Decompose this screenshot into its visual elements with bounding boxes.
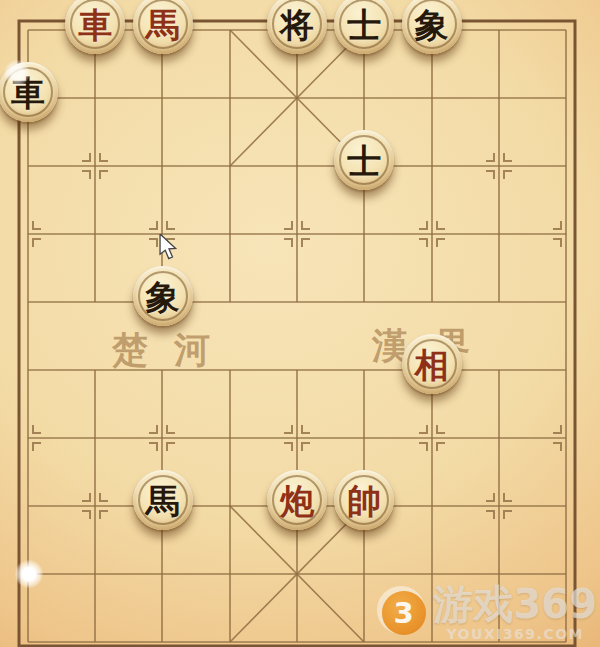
watermark-site-url: YOUXI369.COM	[446, 627, 584, 641]
piece-label: 象	[146, 279, 180, 314]
pieces-layer: 車馬将士象車士象相馬炮帥	[0, 0, 600, 647]
piece-black-elephant[interactable]: 象	[133, 266, 193, 326]
piece-black-advisor[interactable]: 士	[334, 130, 394, 190]
highlight-sparkle	[15, 560, 43, 588]
piece-red-elephant[interactable]: 相	[402, 334, 462, 394]
piece-red-cannon[interactable]: 炮	[267, 470, 327, 530]
watermark-text: 游戏369 YOUXI369.COM	[434, 584, 598, 641]
watermark: 3 游戏369 YOUXI369.COM	[382, 584, 598, 641]
piece-label: 車	[78, 7, 112, 42]
piece-label: 象	[415, 7, 449, 42]
piece-label: 将	[280, 7, 314, 42]
piece-red-general[interactable]: 帥	[334, 470, 394, 530]
piece-label: 帥	[347, 483, 381, 518]
piece-black-advisor[interactable]: 士	[334, 0, 394, 54]
piece-label: 士	[347, 143, 381, 178]
piece-black-general[interactable]: 将	[267, 0, 327, 54]
mouse-cursor-icon	[158, 234, 178, 260]
piece-black-horse[interactable]: 馬	[133, 470, 193, 530]
piece-black-elephant[interactable]: 象	[402, 0, 462, 54]
piece-label: 馬	[146, 7, 180, 42]
watermark-logo-icon: 3	[382, 591, 426, 635]
piece-label: 馬	[146, 483, 180, 518]
xiangqi-screenshot: { "game": "xiangqi", "app_context": "Chi…	[0, 0, 600, 647]
piece-label: 相	[415, 347, 449, 382]
piece-red-horse[interactable]: 馬	[133, 0, 193, 54]
piece-label: 士	[347, 7, 381, 42]
piece-red-chariot[interactable]: 車	[65, 0, 125, 54]
watermark-site-name: 游戏369	[434, 584, 598, 624]
highlight-sparkle	[4, 60, 30, 86]
piece-label: 炮	[280, 483, 314, 518]
